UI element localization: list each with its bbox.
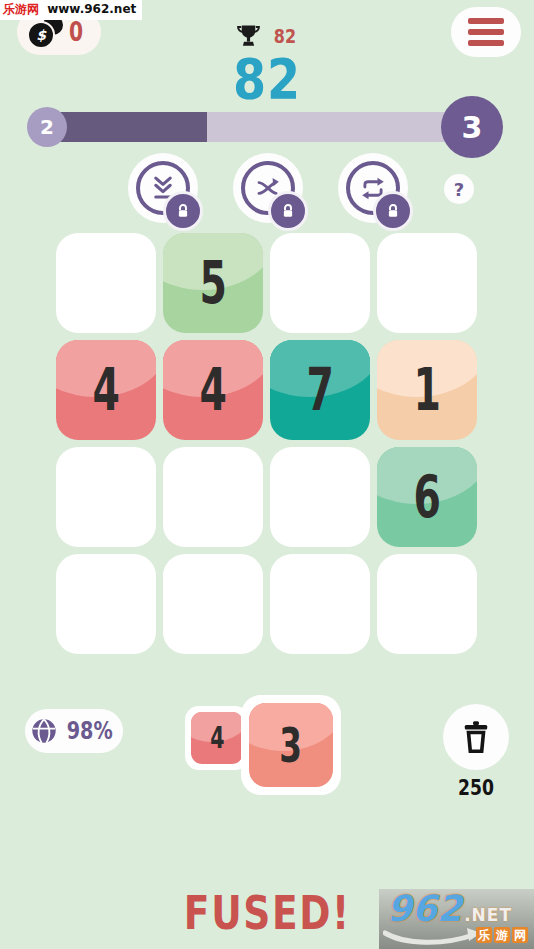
brand-cn-label: 乐游网 bbox=[476, 927, 528, 943]
board: 544716 bbox=[56, 233, 477, 654]
powerup-shuffle-button[interactable] bbox=[233, 153, 303, 223]
hamburger-icon bbox=[468, 18, 504, 24]
board-cell-1-3[interactable]: 1 bbox=[377, 340, 477, 440]
brand-swoosh-icon bbox=[383, 925, 483, 947]
help-button[interactable]: ? bbox=[444, 174, 474, 204]
board-cell-2-2[interactable] bbox=[270, 447, 370, 547]
world-percent-button[interactable]: 98% bbox=[25, 709, 123, 753]
powerup-fast-drop-button[interactable] bbox=[128, 153, 198, 223]
board-cell-2-3[interactable]: 6 bbox=[377, 447, 477, 547]
current-piece-tile: 3 bbox=[249, 703, 333, 787]
trash-button[interactable] bbox=[443, 704, 509, 770]
trash-icon bbox=[458, 719, 494, 755]
next-piece[interactable]: 4 bbox=[185, 706, 249, 770]
board-cell-1-0[interactable]: 4 bbox=[56, 340, 156, 440]
game-screen: 乐游网 www.962.net $ 0 82 82 2 3 bbox=[0, 0, 534, 949]
board-cell-0-2[interactable] bbox=[270, 233, 370, 333]
site-banner: 乐游网 www.962.net bbox=[0, 0, 142, 20]
world-percent-value: 98% bbox=[67, 717, 113, 745]
board-cell-3-2[interactable] bbox=[270, 554, 370, 654]
best-score-value: 82 bbox=[274, 24, 296, 48]
board-cell-3-1[interactable] bbox=[163, 554, 263, 654]
brand-962: 962 bbox=[387, 891, 462, 927]
level-progress-bar bbox=[40, 112, 490, 142]
next-piece-tile: 4 bbox=[191, 712, 243, 764]
board-cell-1-2[interactable]: 7 bbox=[270, 340, 370, 440]
lock-icon bbox=[268, 191, 308, 231]
board-cell-0-3[interactable] bbox=[377, 233, 477, 333]
board-cell-3-0[interactable] bbox=[56, 554, 156, 654]
trash-count: 250 bbox=[449, 776, 503, 800]
lock-icon bbox=[163, 191, 203, 231]
globe-icon bbox=[30, 717, 58, 745]
site-banner-url: www.962.net bbox=[47, 2, 136, 16]
board-cell-1-1[interactable]: 4 bbox=[163, 340, 263, 440]
board-cell-0-1[interactable]: 5 bbox=[163, 233, 263, 333]
current-piece[interactable]: 3 bbox=[241, 695, 341, 795]
level-current-badge: 2 bbox=[27, 107, 67, 147]
trophy-icon bbox=[235, 22, 262, 49]
board-cell-3-3[interactable] bbox=[377, 554, 477, 654]
level-next-badge: 3 bbox=[441, 96, 503, 158]
board-cell-2-1[interactable] bbox=[163, 447, 263, 547]
brand-net: .NET bbox=[464, 905, 512, 925]
board-cell-0-0[interactable] bbox=[56, 233, 156, 333]
brand-watermark: 962 .NET 乐游网 bbox=[379, 889, 534, 949]
powerup-swap-button[interactable] bbox=[338, 153, 408, 223]
board-cell-2-0[interactable] bbox=[56, 447, 156, 547]
lock-icon bbox=[373, 191, 413, 231]
site-banner-name: 乐游网 bbox=[3, 2, 39, 16]
